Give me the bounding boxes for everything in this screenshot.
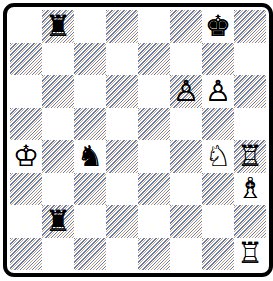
square-e7[interactable] — [138, 43, 170, 76]
square-c5[interactable] — [74, 108, 106, 141]
square-e5[interactable] — [138, 108, 170, 141]
square-d3[interactable] — [106, 173, 138, 206]
square-f8[interactable] — [170, 10, 202, 43]
square-b5[interactable] — [42, 108, 74, 141]
square-h3[interactable]: ♗ — [234, 173, 266, 206]
square-g2[interactable] — [202, 205, 234, 238]
square-f4[interactable] — [170, 140, 202, 173]
square-a6[interactable] — [10, 75, 42, 108]
square-e8[interactable] — [138, 10, 170, 43]
square-e6[interactable] — [138, 75, 170, 108]
square-c4[interactable]: ♞ — [74, 140, 106, 173]
chess-board: ♜♚♙♙♔♞♘♖♗♜♖ — [10, 10, 266, 270]
square-d2[interactable] — [106, 205, 138, 238]
square-b3[interactable] — [42, 173, 74, 206]
square-h8[interactable] — [234, 10, 266, 43]
square-f7[interactable] — [170, 43, 202, 76]
square-b4[interactable] — [42, 140, 74, 173]
square-b8[interactable]: ♜ — [42, 10, 74, 43]
square-d1[interactable] — [106, 238, 138, 271]
square-h1[interactable]: ♖ — [234, 238, 266, 271]
square-h5[interactable] — [234, 108, 266, 141]
piece-black-king[interactable]: ♚ — [202, 10, 234, 43]
square-e3[interactable] — [138, 173, 170, 206]
piece-white-pawn[interactable]: ♙ — [202, 75, 234, 108]
piece-black-knight[interactable]: ♞ — [74, 140, 106, 173]
square-f6[interactable]: ♙ — [170, 75, 202, 108]
square-a8[interactable] — [10, 10, 42, 43]
piece-white-pawn[interactable]: ♙ — [170, 75, 202, 108]
square-b7[interactable] — [42, 43, 74, 76]
square-g3[interactable] — [202, 173, 234, 206]
square-g5[interactable] — [202, 108, 234, 141]
piece-white-rook[interactable]: ♖ — [234, 238, 266, 271]
square-a7[interactable] — [10, 43, 42, 76]
square-h6[interactable] — [234, 75, 266, 108]
square-f2[interactable] — [170, 205, 202, 238]
square-h7[interactable] — [234, 43, 266, 76]
square-a4[interactable]: ♔ — [10, 140, 42, 173]
square-c2[interactable] — [74, 205, 106, 238]
piece-white-king[interactable]: ♔ — [10, 140, 42, 173]
square-d4[interactable] — [106, 140, 138, 173]
square-d8[interactable] — [106, 10, 138, 43]
square-a2[interactable] — [10, 205, 42, 238]
square-d5[interactable] — [106, 108, 138, 141]
square-f1[interactable] — [170, 238, 202, 271]
square-a3[interactable] — [10, 173, 42, 206]
square-b6[interactable] — [42, 75, 74, 108]
piece-black-rook[interactable]: ♜ — [42, 10, 74, 43]
square-g6[interactable]: ♙ — [202, 75, 234, 108]
square-g8[interactable]: ♚ — [202, 10, 234, 43]
board-frame: ♜♚♙♙♔♞♘♖♗♜♖ — [3, 3, 273, 277]
square-g7[interactable] — [202, 43, 234, 76]
square-d6[interactable] — [106, 75, 138, 108]
square-g1[interactable] — [202, 238, 234, 271]
piece-white-bishop[interactable]: ♗ — [234, 173, 266, 206]
square-f3[interactable] — [170, 173, 202, 206]
square-b2[interactable]: ♜ — [42, 205, 74, 238]
square-h2[interactable] — [234, 205, 266, 238]
square-c6[interactable] — [74, 75, 106, 108]
chess-diagram: ♜♚♙♙♔♞♘♖♗♜♖ — [0, 0, 273, 281]
square-f5[interactable] — [170, 108, 202, 141]
square-e4[interactable] — [138, 140, 170, 173]
square-a5[interactable] — [10, 108, 42, 141]
square-e1[interactable] — [138, 238, 170, 271]
square-c3[interactable] — [74, 173, 106, 206]
piece-white-rook[interactable]: ♖ — [234, 140, 266, 173]
square-c8[interactable] — [74, 10, 106, 43]
square-h4[interactable]: ♖ — [234, 140, 266, 173]
square-a1[interactable] — [10, 238, 42, 271]
piece-black-rook[interactable]: ♜ — [42, 205, 74, 238]
square-g4[interactable]: ♘ — [202, 140, 234, 173]
square-e2[interactable] — [138, 205, 170, 238]
square-c7[interactable] — [74, 43, 106, 76]
square-b1[interactable] — [42, 238, 74, 271]
square-c1[interactable] — [74, 238, 106, 271]
piece-white-knight[interactable]: ♘ — [202, 140, 234, 173]
square-d7[interactable] — [106, 43, 138, 76]
